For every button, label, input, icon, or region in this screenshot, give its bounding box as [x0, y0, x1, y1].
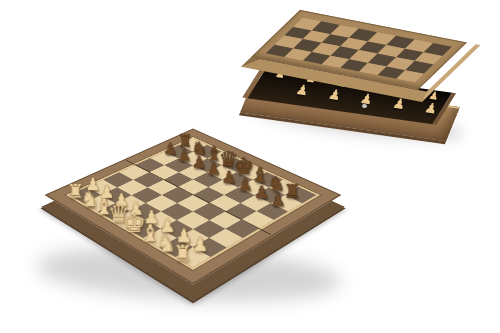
product-photo: ♜♞♝♛♚♝♞♜♟♟♟♟♟♟♟♟♟♟♟♟♟♟♟♟♜♞♝♛♚♝♞♜ ♟♟♟♟♟♟ …: [0, 0, 500, 333]
stored-piece: ♟: [423, 100, 440, 115]
stored-piece: ♟: [294, 82, 311, 97]
storage-box-scene: ♟♟♟♟♟♟ ♟♟♟♟♟: [248, 8, 488, 153]
black-pawn: ♟: [267, 192, 289, 209]
stored-piece: ♟: [326, 87, 343, 102]
white-rook: ♜: [171, 243, 196, 264]
